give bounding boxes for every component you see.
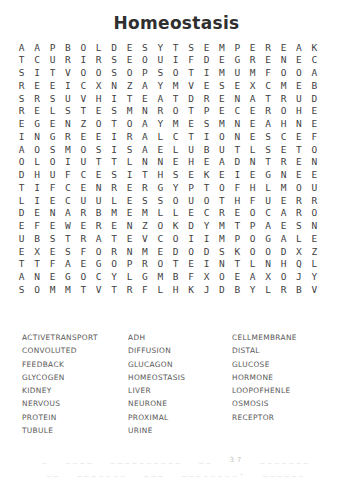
grid-cell: R	[276, 92, 291, 105]
grid-cell: U	[230, 67, 245, 80]
word-list-item: HOMEOSTASIS	[128, 371, 232, 384]
grid-cell: N	[122, 245, 137, 258]
grid-cell: O	[45, 156, 60, 169]
grid-cell: U	[183, 194, 198, 207]
grid-cell: F	[183, 271, 198, 284]
grid-cell: E	[245, 169, 260, 182]
grid-cell: R	[122, 130, 137, 143]
grid-cell: N	[307, 220, 322, 233]
grid-cell: E	[245, 105, 260, 118]
grid-cell: S	[45, 232, 60, 245]
grid-cell: I	[60, 156, 75, 169]
grid-cell: A	[260, 118, 275, 131]
grid-cell: R	[276, 283, 291, 296]
grid-cell: F	[45, 258, 60, 271]
grid-cell: I	[183, 232, 198, 245]
word-search-grid: AAPBOLDESYTSEMPEREAKTCURIRSEOUIFDEGRENEC…	[14, 41, 322, 296]
grid-cell: S	[183, 41, 198, 54]
grid-cell: O	[122, 67, 137, 80]
grid-cell: I	[122, 169, 137, 182]
grid-cell: E	[307, 105, 322, 118]
grid-cell: Q	[291, 258, 306, 271]
grid-cell: T	[214, 194, 229, 207]
grid-cell: F	[260, 67, 275, 80]
grid-cell: E	[45, 118, 60, 131]
grid-cell: N	[276, 54, 291, 67]
grid-cell: L	[307, 258, 322, 271]
grid-cell: E	[153, 245, 168, 258]
grid-cell: L	[153, 283, 168, 296]
grid-cell: S	[106, 169, 121, 182]
grid-cell: B	[168, 271, 183, 284]
grid-cell: Y	[153, 79, 168, 92]
answer-blanks-line-1: _ ____ __________ __ 37 _______	[0, 456, 353, 464]
grid-cell: O	[183, 245, 198, 258]
grid-cell: T	[183, 67, 198, 80]
grid-cell: Y	[106, 271, 121, 284]
grid-cell: S	[137, 194, 152, 207]
grid-cell: A	[137, 118, 152, 131]
grid-cell: N	[60, 118, 75, 131]
grid-cell: O	[291, 181, 306, 194]
grid-cell: U	[214, 143, 229, 156]
grid-cell: O	[168, 194, 183, 207]
grid-cell: P	[245, 220, 260, 233]
word-search-worksheet: Homeostasis AAPBOLDESYTSEMPEREAKTCURIRSE…	[0, 0, 353, 500]
grid-cell: M	[60, 143, 75, 156]
answer-blanks-line-2: __ _______ ___ ________. ______	[0, 469, 353, 477]
grid-cell: R	[76, 232, 91, 245]
grid-cell: L	[122, 271, 137, 284]
word-list-item: LIVER	[128, 384, 232, 397]
grid-cell: C	[276, 130, 291, 143]
grid-cell: D	[276, 245, 291, 258]
grid-cell: U	[45, 54, 60, 67]
grid-cell: M	[168, 79, 183, 92]
grid-cell: A	[60, 207, 75, 220]
grid-cell: L	[14, 194, 29, 207]
grid-cell: U	[307, 181, 322, 194]
grid-cell: O	[276, 67, 291, 80]
grid-cell: N	[245, 156, 260, 169]
grid-cell: I	[14, 130, 29, 143]
grid-cell: U	[76, 194, 91, 207]
grid-cell: O	[245, 207, 260, 220]
word-list-item: GLUCAGON	[128, 358, 232, 371]
grid-cell: E	[91, 105, 106, 118]
grid-cell: D	[14, 207, 29, 220]
grid-cell: S	[214, 245, 229, 258]
grid-cell: U	[291, 92, 306, 105]
grid-cell: T	[168, 92, 183, 105]
grid-cell: I	[60, 79, 75, 92]
grid-cell: E	[214, 92, 229, 105]
grid-cell: D	[183, 220, 198, 233]
grid-cell: N	[276, 169, 291, 182]
grid-cell: R	[260, 105, 275, 118]
word-list-item: GLYCOGEN	[22, 371, 128, 384]
grid-cell: S	[14, 92, 29, 105]
grid-cell: E	[76, 258, 91, 271]
grid-cell: O	[276, 271, 291, 284]
grid-cell: E	[307, 232, 322, 245]
grid-cell: M	[214, 67, 229, 80]
grid-cell: F	[183, 54, 198, 67]
grid-cell: M	[214, 118, 229, 131]
grid-cell: S	[291, 220, 306, 233]
grid-cell: C	[76, 79, 91, 92]
word-list-item: CONVOLUTED	[22, 344, 128, 357]
grid-cell: O	[91, 245, 106, 258]
grid-cell: S	[60, 245, 75, 258]
grid-cell: I	[106, 143, 121, 156]
grid-cell: R	[60, 54, 75, 67]
grid-cell: E	[260, 54, 275, 67]
grid-cell: O	[276, 105, 291, 118]
grid-cell: E	[122, 41, 137, 54]
grid-cell: T	[260, 156, 275, 169]
grid-cell: E	[291, 79, 306, 92]
grid-cell: E	[45, 79, 60, 92]
grid-cell: B	[60, 41, 75, 54]
grid-cell: T	[45, 67, 60, 80]
grid-cell: B	[199, 143, 214, 156]
grid-cell: T	[106, 283, 121, 296]
grid-cell: E	[153, 143, 168, 156]
grid-cell: M	[276, 181, 291, 194]
grid-cell: X	[260, 271, 275, 284]
grid-cell: E	[91, 130, 106, 143]
grid-cell: O	[76, 143, 91, 156]
grid-cell: S	[91, 143, 106, 156]
grid-cell: K	[168, 220, 183, 233]
grid-cell: M	[214, 41, 229, 54]
grid-cell: M	[168, 118, 183, 131]
grid-cell: S	[122, 143, 137, 156]
grid-cell: E	[45, 194, 60, 207]
grid-cell: O	[168, 232, 183, 245]
grid-cell: B	[29, 232, 44, 245]
grid-cell: T	[230, 143, 245, 156]
grid-cell: L	[29, 156, 44, 169]
grid-cell: Y	[199, 220, 214, 233]
grid-cell: M	[276, 79, 291, 92]
grid-cell: O	[168, 67, 183, 80]
grid-cell: U	[60, 92, 75, 105]
grid-cell: L	[291, 232, 306, 245]
grid-cell: A	[137, 130, 152, 143]
puzzle-title: Homeostasis	[0, 13, 353, 33]
grid-cell: O	[29, 283, 44, 296]
grid-cell: T	[230, 258, 245, 271]
grid-cell: T	[14, 54, 29, 67]
grid-cell: E	[45, 245, 60, 258]
grid-cell: E	[14, 245, 29, 258]
grid-cell: O	[168, 105, 183, 118]
grid-cell: R	[153, 105, 168, 118]
grid-cell: O	[260, 245, 275, 258]
grid-cell: E	[183, 118, 198, 131]
grid-cell: E	[29, 105, 44, 118]
grid-cell: C	[153, 232, 168, 245]
grid-cell: X	[91, 79, 106, 92]
grid-cell: L	[168, 143, 183, 156]
grid-cell: L	[106, 194, 121, 207]
word-list: ACTIVETRANSPORTADHCELLMEMBRANECONVOLUTED…	[22, 331, 342, 437]
grid-cell: T	[137, 169, 152, 182]
grid-cell: I	[29, 67, 44, 80]
grid-cell: C	[29, 54, 44, 67]
grid-cell: P	[199, 105, 214, 118]
grid-cell: E	[245, 118, 260, 131]
grid-cell: W	[60, 220, 75, 233]
grid-cell: F	[245, 194, 260, 207]
grid-cell: T	[60, 232, 75, 245]
grid-cell: R	[276, 156, 291, 169]
grid-cell: L	[91, 41, 106, 54]
grid-cell: F	[307, 130, 322, 143]
grid-cell: E	[214, 169, 229, 182]
grid-cell: E	[291, 130, 306, 143]
grid-cell: A	[276, 232, 291, 245]
grid-cell: T	[291, 143, 306, 156]
grid-cell: R	[137, 258, 152, 271]
grid-cell: A	[29, 41, 44, 54]
grid-cell: G	[260, 232, 275, 245]
grid-cell: M	[214, 232, 229, 245]
grid-cell: Z	[307, 245, 322, 258]
grid-cell: T	[106, 156, 121, 169]
grid-cell: B	[230, 283, 245, 296]
grid-cell: U	[153, 54, 168, 67]
grid-cell: O	[91, 118, 106, 131]
grid-cell: U	[76, 156, 91, 169]
grid-cell: C	[199, 207, 214, 220]
grid-cell: R	[106, 181, 121, 194]
grid-cell: P	[137, 67, 152, 80]
grid-cell: A	[307, 67, 322, 80]
grid-cell: O	[14, 156, 29, 169]
grid-cell: I	[29, 194, 44, 207]
grid-cell: E	[291, 169, 306, 182]
grid-cell: O	[76, 271, 91, 284]
word-list-item: NERVOUS	[22, 397, 128, 410]
grid-cell: O	[137, 54, 152, 67]
grid-cell: H	[276, 118, 291, 131]
grid-cell: K	[199, 169, 214, 182]
grid-cell: R	[307, 194, 322, 207]
grid-cell: D	[168, 245, 183, 258]
grid-cell: M	[45, 283, 60, 296]
grid-cell: E	[122, 194, 137, 207]
grid-cell: B	[91, 207, 106, 220]
grid-cell: R	[260, 41, 275, 54]
grid-cell: E	[199, 79, 214, 92]
grid-cell: O	[214, 271, 229, 284]
word-list-item: TUBULE	[22, 424, 128, 437]
grid-cell: D	[199, 245, 214, 258]
grid-cell: K	[307, 41, 322, 54]
grid-cell: E	[199, 41, 214, 54]
word-list-item: DISTAL	[232, 344, 342, 357]
grid-cell: X	[29, 245, 44, 258]
grid-cell: E	[14, 220, 29, 233]
grid-cell: U	[91, 194, 106, 207]
grid-cell: R	[91, 54, 106, 67]
grid-cell: L	[260, 181, 275, 194]
grid-cell: O	[29, 143, 44, 156]
grid-cell: O	[307, 207, 322, 220]
grid-cell: E	[199, 156, 214, 169]
grid-cell: J	[291, 271, 306, 284]
grid-cell: L	[168, 207, 183, 220]
grid-cell: E	[245, 41, 260, 54]
grid-cell: I	[230, 169, 245, 182]
grid-cell: E	[122, 54, 137, 67]
grid-cell: N	[29, 271, 44, 284]
grid-cell: D	[214, 283, 229, 296]
word-list-item: DIFFUSION	[128, 344, 232, 357]
grid-cell: I	[199, 130, 214, 143]
grid-cell: E	[14, 118, 29, 131]
grid-cell: B	[307, 79, 322, 92]
grid-cell: O	[245, 245, 260, 258]
grid-cell: T	[183, 105, 198, 118]
grid-cell: T	[199, 181, 214, 194]
grid-cell: A	[245, 271, 260, 284]
grid-cell: H	[29, 169, 44, 182]
grid-cell: R	[14, 79, 29, 92]
grid-cell: V	[183, 79, 198, 92]
grid-cell: I	[29, 181, 44, 194]
grid-cell: S	[153, 194, 168, 207]
grid-cell: G	[260, 169, 275, 182]
grid-cell: E	[230, 271, 245, 284]
grid-cell: V	[137, 232, 152, 245]
grid-cell: L	[153, 207, 168, 220]
grid-cell: R	[106, 245, 121, 258]
grid-cell: P	[122, 258, 137, 271]
grid-cell: S	[153, 67, 168, 80]
grid-cell: U	[14, 232, 29, 245]
grid-cell: N	[230, 92, 245, 105]
grid-cell: K	[183, 283, 198, 296]
grid-cell: S	[14, 283, 29, 296]
grid-cell: G	[91, 258, 106, 271]
grid-cell: X	[199, 271, 214, 284]
grid-cell: X	[245, 79, 260, 92]
grid-cell: E	[29, 79, 44, 92]
grid-cell: X	[291, 245, 306, 258]
grid-cell: O	[76, 41, 91, 54]
grid-cell: G	[60, 271, 75, 284]
grid-cell: C	[307, 54, 322, 67]
grid-cell: U	[45, 169, 60, 182]
grid-cell: D	[14, 169, 29, 182]
grid-cell: B	[291, 283, 306, 296]
grid-cell: M	[106, 207, 121, 220]
grid-cell: O	[122, 118, 137, 131]
grid-cell: I	[106, 92, 121, 105]
grid-cell: M	[60, 283, 75, 296]
grid-cell: D	[183, 92, 198, 105]
word-list-item: PROXIMAL	[128, 411, 232, 424]
grid-cell: E	[76, 181, 91, 194]
grid-cell: C	[168, 130, 183, 143]
grid-cell: R	[291, 207, 306, 220]
grid-cell: C	[60, 194, 75, 207]
grid-cell: N	[260, 258, 275, 271]
grid-cell: G	[137, 271, 152, 284]
grid-cell: F	[29, 220, 44, 233]
grid-cell: E	[291, 156, 306, 169]
grid-cell: A	[153, 92, 168, 105]
grid-cell: I	[199, 232, 214, 245]
grid-cell: A	[214, 156, 229, 169]
grid-cell: M	[245, 67, 260, 80]
grid-cell: Z	[137, 220, 152, 233]
grid-cell: A	[291, 41, 306, 54]
grid-cell: G	[153, 181, 168, 194]
grid-cell: E	[29, 207, 44, 220]
grid-cell: E	[45, 220, 60, 233]
grid-cell: N	[137, 105, 152, 118]
word-list-item: LOOPOFHENLE	[232, 384, 342, 397]
grid-cell: R	[291, 194, 306, 207]
grid-cell: E	[183, 169, 198, 182]
word-list-item: ACTIVETRANSPORT	[22, 331, 128, 344]
grid-cell: E	[276, 41, 291, 54]
grid-cell: N	[153, 156, 168, 169]
grid-cell: O	[214, 130, 229, 143]
grid-cell: C	[260, 79, 275, 92]
grid-cell: E	[183, 258, 198, 271]
word-list-item: PROTEIN	[22, 411, 128, 424]
grid-cell: N	[307, 156, 322, 169]
grid-cell: O	[153, 258, 168, 271]
grid-cell: T	[14, 181, 29, 194]
grid-cell: T	[106, 118, 121, 131]
grid-cell: I	[168, 54, 183, 67]
grid-cell: O	[76, 67, 91, 80]
grid-cell: E	[214, 54, 229, 67]
word-list-item: ADH	[128, 331, 232, 344]
grid-cell: F	[137, 283, 152, 296]
grid-cell: R	[76, 207, 91, 220]
grid-cell: E	[214, 105, 229, 118]
grid-cell: T	[106, 232, 121, 245]
grid-cell: T	[230, 220, 245, 233]
grid-cell: O	[199, 194, 214, 207]
grid-cell: N	[230, 118, 245, 131]
grid-cell: H	[91, 92, 106, 105]
grid-cell: U	[183, 143, 198, 156]
grid-cell: Y	[307, 271, 322, 284]
grid-cell: S	[106, 54, 121, 67]
grid-cell: H	[245, 181, 260, 194]
grid-cell: J	[199, 283, 214, 296]
grid-cell: N	[230, 130, 245, 143]
grid-cell: C	[76, 169, 91, 182]
grid-cell: S	[168, 169, 183, 182]
grid-cell: A	[137, 143, 152, 156]
grid-cell: E	[307, 118, 322, 131]
grid-cell: S	[106, 105, 121, 118]
grid-cell: N	[29, 130, 44, 143]
grid-cell: H	[153, 169, 168, 182]
grid-cell: N	[122, 220, 137, 233]
grid-cell: H	[291, 105, 306, 118]
